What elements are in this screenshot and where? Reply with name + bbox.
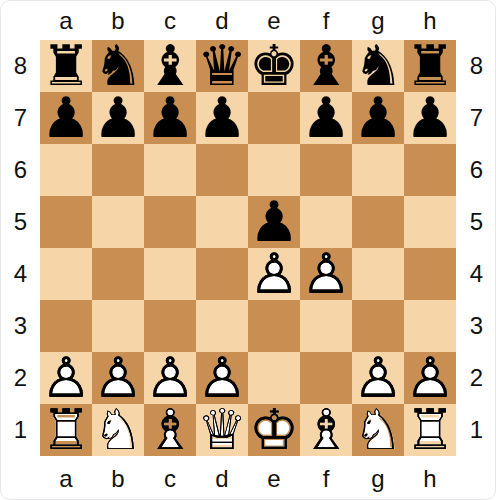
square-a6[interactable]: [40, 144, 92, 196]
black-pawn-piece[interactable]: ♟: [404, 92, 456, 144]
piece-outline: ♗: [144, 404, 196, 456]
square-d4[interactable]: [196, 248, 248, 300]
file-labels-bottom: abcdefgh: [40, 456, 456, 500]
piece-outline: ♖: [404, 404, 456, 456]
square-h5[interactable]: [404, 196, 456, 248]
piece-outline: ♕: [196, 404, 248, 456]
file-label-g: g: [352, 456, 404, 500]
square-b5[interactable]: [92, 196, 144, 248]
rank-label-6: 6: [1, 144, 40, 196]
square-b4[interactable]: [92, 248, 144, 300]
square-h4[interactable]: [404, 248, 456, 300]
piece-outline: ♙: [248, 248, 300, 300]
white-pawn-piece[interactable]: ♟♙: [248, 248, 300, 300]
file-label-b: b: [92, 456, 144, 500]
square-b1[interactable]: ♞♘: [92, 404, 144, 456]
black-pawn-piece[interactable]: ♟: [300, 92, 352, 144]
rank-label-4: 4: [1, 248, 40, 300]
square-c6[interactable]: [144, 144, 196, 196]
white-bishop-piece[interactable]: ♝♗: [300, 404, 352, 456]
rank-label-8: 8: [1, 40, 40, 92]
square-f4[interactable]: ♟♙: [300, 248, 352, 300]
square-g4[interactable]: [352, 248, 404, 300]
square-e4[interactable]: ♟♙: [248, 248, 300, 300]
square-d7[interactable]: ♟: [196, 92, 248, 144]
black-king-piece[interactable]: ♚: [248, 40, 300, 92]
piece-outline: ♘: [352, 404, 404, 456]
square-b6[interactable]: [92, 144, 144, 196]
file-label-d: d: [196, 456, 248, 500]
square-d5[interactable]: [196, 196, 248, 248]
white-rook-piece[interactable]: ♜♖: [404, 404, 456, 456]
square-e1[interactable]: ♚♔: [248, 404, 300, 456]
piece-outline: ♙: [300, 248, 352, 300]
rank-label-4: 4: [456, 248, 496, 300]
square-h7[interactable]: ♟: [404, 92, 456, 144]
piece-outline: ♗: [300, 404, 352, 456]
piece-outline: ♔: [248, 404, 300, 456]
rank-label-1: 1: [1, 404, 40, 456]
white-knight-piece[interactable]: ♞♘: [92, 404, 144, 456]
file-label-e: e: [248, 456, 300, 500]
white-king-piece[interactable]: ♚♔: [248, 404, 300, 456]
rank-label-3: 3: [456, 300, 496, 352]
rank-label-6: 6: [456, 144, 496, 196]
square-g5[interactable]: [352, 196, 404, 248]
square-e3[interactable]: [248, 300, 300, 352]
rank-labels-right: 87654321: [456, 40, 496, 456]
square-a4[interactable]: [40, 248, 92, 300]
white-queen-piece[interactable]: ♛♕: [196, 404, 248, 456]
white-rook-piece[interactable]: ♜♖: [40, 404, 92, 456]
white-bishop-piece[interactable]: ♝♗: [144, 404, 196, 456]
square-h6[interactable]: [404, 144, 456, 196]
white-knight-piece[interactable]: ♞♘: [352, 404, 404, 456]
black-pawn-piece[interactable]: ♟: [40, 92, 92, 144]
rank-labels-left: 87654321: [1, 40, 40, 456]
square-c4[interactable]: [144, 248, 196, 300]
rank-label-7: 7: [1, 92, 40, 144]
square-f1[interactable]: ♝♗: [300, 404, 352, 456]
square-d1[interactable]: ♛♕: [196, 404, 248, 456]
rank-label-7: 7: [456, 92, 496, 144]
square-c1[interactable]: ♝♗: [144, 404, 196, 456]
white-pawn-piece[interactable]: ♟♙: [300, 248, 352, 300]
rank-label-3: 3: [1, 300, 40, 352]
black-pawn-piece[interactable]: ♟: [196, 92, 248, 144]
square-e8[interactable]: ♚: [248, 40, 300, 92]
piece-outline: ♖: [40, 404, 92, 456]
rank-label-2: 2: [1, 352, 40, 404]
rank-label-2: 2: [456, 352, 496, 404]
square-g6[interactable]: [352, 144, 404, 196]
chess-board: ♜♞♝♛♚♝♞♜♟♟♟♟♟♟♟♟♟♙♟♙♟♙♟♙♟♙♟♙♟♙♟♙♜♖♞♘♝♗♛♕…: [40, 40, 456, 456]
chess-widget: abcdefgh 87654321 ♜♞♝♛♚♝♞♜♟♟♟♟♟♟♟♟♟♙♟♙♟♙…: [0, 0, 496, 500]
square-c7[interactable]: ♟: [144, 92, 196, 144]
square-c5[interactable]: [144, 196, 196, 248]
black-pawn-piece[interactable]: ♟: [352, 92, 404, 144]
square-a5[interactable]: [40, 196, 92, 248]
square-g1[interactable]: ♞♘: [352, 404, 404, 456]
file-label-f: f: [300, 456, 352, 500]
black-pawn-piece[interactable]: ♟: [92, 92, 144, 144]
rank-label-5: 5: [456, 196, 496, 248]
square-a7[interactable]: ♟: [40, 92, 92, 144]
square-e7[interactable]: [248, 92, 300, 144]
rank-label-5: 5: [1, 196, 40, 248]
square-d6[interactable]: [196, 144, 248, 196]
file-label-a: a: [40, 456, 92, 500]
piece-outline: ♘: [92, 404, 144, 456]
square-g7[interactable]: ♟: [352, 92, 404, 144]
file-label-h: h: [404, 456, 456, 500]
square-h1[interactable]: ♜♖: [404, 404, 456, 456]
square-b7[interactable]: ♟: [92, 92, 144, 144]
square-f3[interactable]: [300, 300, 352, 352]
square-f7[interactable]: ♟: [300, 92, 352, 144]
square-f6[interactable]: [300, 144, 352, 196]
file-label-c: c: [144, 456, 196, 500]
square-a1[interactable]: ♜♖: [40, 404, 92, 456]
rank-label-8: 8: [456, 40, 496, 92]
rank-label-1: 1: [456, 404, 496, 456]
black-pawn-piece[interactable]: ♟: [144, 92, 196, 144]
